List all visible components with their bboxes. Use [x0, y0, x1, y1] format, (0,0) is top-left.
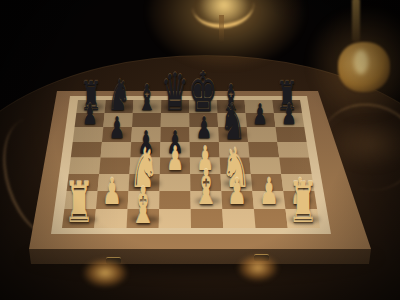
- piece-white-pawn-g2: ♟: [259, 174, 278, 210]
- piece-white-bishop-e2: ♝: [193, 164, 219, 212]
- piece-shadow: [109, 104, 133, 110]
- piece-shadow: [226, 119, 242, 123]
- piece-black-king-e8: ♚: [188, 65, 217, 120]
- piece-shadow: [223, 105, 243, 110]
- piece-shadow: [131, 216, 159, 223]
- piece-shadow: [163, 104, 192, 111]
- chess-photo-scene: ♜♞♝♛♚♝♜♟♟♟♟♟♟♞♟♟♟♟♞♞♟♝♟♟♟♜♝♜: [0, 0, 400, 300]
- piece-shadow: [198, 133, 215, 137]
- piece-shadow: [131, 180, 161, 187]
- piece-black-pawn-f7: ♟: [224, 100, 239, 129]
- piece-black-pawn-h7: ♟: [281, 100, 296, 129]
- piece-shadow: [66, 216, 97, 223]
- piece-black-pawn-a7: ♟: [82, 100, 97, 129]
- piece-white-rook-a1: ♜: [64, 175, 94, 231]
- piece-shadow: [139, 105, 159, 110]
- piece-black-rook-h8: ♜: [276, 77, 298, 117]
- piece-black-bishop-f8: ♝: [221, 80, 240, 116]
- piece-white-knight-c3: ♞: [130, 141, 159, 196]
- piece-shadow: [84, 119, 100, 123]
- piece-black-pawn-c5: ♟: [137, 127, 154, 158]
- piece-white-bishop-c1: ♝: [130, 181, 157, 231]
- chess-pieces-layer: ♜♞♝♛♚♝♜♟♟♟♟♟♟♞♟♟♟♟♞♞♟♝♟♟♟♜♝♜: [0, 0, 400, 300]
- piece-white-pawn-b2: ♟: [103, 174, 122, 210]
- piece-shadow: [168, 148, 185, 152]
- piece-shadow: [292, 198, 312, 203]
- piece-shadow: [111, 133, 128, 137]
- piece-white-pawn-d4: ♟: [166, 142, 184, 175]
- piece-shadow: [198, 164, 216, 168]
- piece-shadow: [283, 119, 299, 123]
- piece-shadow: [82, 104, 104, 109]
- piece-shadow: [261, 198, 281, 203]
- piece-shadow: [255, 119, 271, 123]
- piece-shadow: [104, 198, 124, 203]
- piece-black-knight-f6: ♞: [220, 99, 246, 146]
- piece-shadow: [223, 180, 253, 187]
- piece-black-pawn-b6: ♟: [109, 113, 125, 143]
- piece-white-rook-h1: ♜: [287, 175, 317, 231]
- piece-shadow: [278, 104, 300, 109]
- piece-shadow: [190, 104, 220, 111]
- piece-shadow: [222, 132, 248, 138]
- piece-black-rook-a8: ♜: [80, 77, 102, 117]
- piece-shadow: [289, 216, 320, 223]
- table-foot-glow-left: [82, 258, 128, 288]
- piece-white-pawn-f2: ♟: [228, 174, 247, 210]
- piece-black-pawn-g7: ♟: [253, 100, 268, 129]
- piece-black-knight-b8: ♞: [108, 74, 131, 117]
- piece-shadow: [139, 148, 156, 152]
- piece-shadow: [229, 198, 249, 203]
- piece-white-knight-f3: ♞: [222, 141, 251, 196]
- piece-black-pawn-d5: ♟: [167, 127, 184, 158]
- piece-black-pawn-e6: ♟: [196, 113, 212, 143]
- piece-shadow: [195, 198, 221, 204]
- piece-shadow: [168, 164, 186, 168]
- piece-black-bishop-c8: ♝: [137, 80, 156, 116]
- piece-white-pawn-e4: ♟: [196, 142, 214, 175]
- piece-black-queen-d8: ♛: [161, 67, 189, 119]
- piece-white-pawn-h2: ♟: [290, 174, 309, 210]
- table-foot-glow-right: [237, 254, 279, 282]
